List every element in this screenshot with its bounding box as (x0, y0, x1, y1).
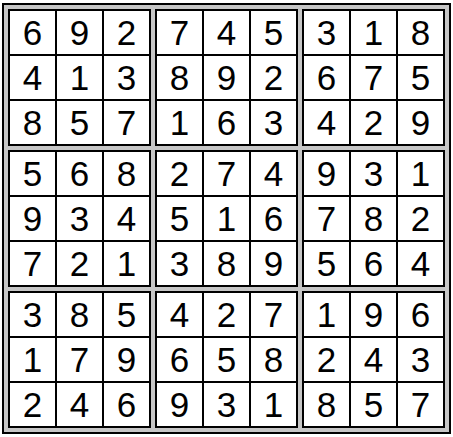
cell-r8c5[interactable]: 5 (204, 338, 249, 381)
box-1-2: 745892163 (155, 9, 298, 146)
sudoku-board: 6924138577458921633186754295689347212745… (2, 3, 451, 434)
cell-r7c2[interactable]: 8 (57, 293, 102, 336)
cell-r7c4[interactable]: 4 (157, 293, 202, 336)
cell-r6c1[interactable]: 7 (10, 242, 55, 285)
cell-r5c8[interactable]: 8 (351, 197, 396, 240)
cell-r2c7[interactable]: 6 (304, 56, 349, 99)
cell-r9c7[interactable]: 8 (304, 383, 349, 426)
cell-r4c7[interactable]: 9 (304, 152, 349, 195)
cell-r2c9[interactable]: 5 (398, 56, 443, 99)
cell-r3c1[interactable]: 8 (10, 101, 55, 144)
cell-r2c1[interactable]: 4 (10, 56, 55, 99)
cell-r2c3[interactable]: 3 (104, 56, 149, 99)
cell-r7c1[interactable]: 3 (10, 293, 55, 336)
cell-r3c3[interactable]: 7 (104, 101, 149, 144)
cell-r6c9[interactable]: 4 (398, 242, 443, 285)
cell-r4c5[interactable]: 7 (204, 152, 249, 195)
cell-r6c8[interactable]: 6 (351, 242, 396, 285)
cell-r1c7[interactable]: 3 (304, 11, 349, 54)
cell-r9c8[interactable]: 5 (351, 383, 396, 426)
cell-r6c4[interactable]: 3 (157, 242, 202, 285)
cell-r3c7[interactable]: 4 (304, 101, 349, 144)
cell-r2c5[interactable]: 9 (204, 56, 249, 99)
cell-r4c9[interactable]: 1 (398, 152, 443, 195)
cell-r8c7[interactable]: 2 (304, 338, 349, 381)
cell-r5c5[interactable]: 1 (204, 197, 249, 240)
box-3-1: 385179246 (8, 291, 151, 428)
cell-r5c7[interactable]: 7 (304, 197, 349, 240)
cell-r2c6[interactable]: 2 (251, 56, 296, 99)
cell-r5c3[interactable]: 4 (104, 197, 149, 240)
cell-r8c1[interactable]: 1 (10, 338, 55, 381)
cell-r3c9[interactable]: 9 (398, 101, 443, 144)
cell-r9c5[interactable]: 3 (204, 383, 249, 426)
cell-r6c2[interactable]: 2 (57, 242, 102, 285)
cell-r2c8[interactable]: 7 (351, 56, 396, 99)
cell-r3c8[interactable]: 2 (351, 101, 396, 144)
cell-r2c4[interactable]: 8 (157, 56, 202, 99)
cell-r9c6[interactable]: 1 (251, 383, 296, 426)
cell-r3c2[interactable]: 5 (57, 101, 102, 144)
cell-r6c6[interactable]: 9 (251, 242, 296, 285)
cell-r9c2[interactable]: 4 (57, 383, 102, 426)
cell-r4c1[interactable]: 5 (10, 152, 55, 195)
cell-r5c9[interactable]: 2 (398, 197, 443, 240)
cell-r9c4[interactable]: 9 (157, 383, 202, 426)
page: 6924138577458921633186754295689347212745… (0, 0, 453, 437)
cell-r4c8[interactable]: 3 (351, 152, 396, 195)
cell-r8c9[interactable]: 3 (398, 338, 443, 381)
cell-r1c8[interactable]: 1 (351, 11, 396, 54)
cell-r8c8[interactable]: 4 (351, 338, 396, 381)
cell-r9c3[interactable]: 6 (104, 383, 149, 426)
cell-r1c3[interactable]: 2 (104, 11, 149, 54)
cell-r5c6[interactable]: 6 (251, 197, 296, 240)
cell-r4c3[interactable]: 8 (104, 152, 149, 195)
cell-r1c6[interactable]: 5 (251, 11, 296, 54)
cell-r8c2[interactable]: 7 (57, 338, 102, 381)
cell-r3c4[interactable]: 1 (157, 101, 202, 144)
cell-r7c9[interactable]: 6 (398, 293, 443, 336)
box-2-2: 274516389 (155, 150, 298, 287)
cell-r7c6[interactable]: 7 (251, 293, 296, 336)
cell-r1c4[interactable]: 7 (157, 11, 202, 54)
cell-r1c2[interactable]: 9 (57, 11, 102, 54)
box-2-1: 568934721 (8, 150, 151, 287)
cell-r7c7[interactable]: 1 (304, 293, 349, 336)
box-3-3: 196243857 (302, 291, 445, 428)
cell-r3c6[interactable]: 3 (251, 101, 296, 144)
cell-r1c9[interactable]: 8 (398, 11, 443, 54)
cell-r7c8[interactable]: 9 (351, 293, 396, 336)
box-3-2: 427658931 (155, 291, 298, 428)
cell-r6c5[interactable]: 8 (204, 242, 249, 285)
cell-r4c6[interactable]: 4 (251, 152, 296, 195)
box-1-1: 692413857 (8, 9, 151, 146)
cell-r4c2[interactable]: 6 (57, 152, 102, 195)
cell-r5c1[interactable]: 9 (10, 197, 55, 240)
cell-r4c4[interactable]: 2 (157, 152, 202, 195)
cell-r1c5[interactable]: 4 (204, 11, 249, 54)
cell-r2c2[interactable]: 1 (57, 56, 102, 99)
cell-r8c4[interactable]: 6 (157, 338, 202, 381)
cell-r6c7[interactable]: 5 (304, 242, 349, 285)
cell-r8c3[interactable]: 9 (104, 338, 149, 381)
cell-r9c1[interactable]: 2 (10, 383, 55, 426)
cell-r7c3[interactable]: 5 (104, 293, 149, 336)
cell-r7c5[interactable]: 2 (204, 293, 249, 336)
cell-r1c1[interactable]: 6 (10, 11, 55, 54)
cell-r5c2[interactable]: 3 (57, 197, 102, 240)
cell-r8c6[interactable]: 8 (251, 338, 296, 381)
cell-r5c4[interactable]: 5 (157, 197, 202, 240)
cell-r6c3[interactable]: 1 (104, 242, 149, 285)
box-1-3: 318675429 (302, 9, 445, 146)
cell-r3c5[interactable]: 6 (204, 101, 249, 144)
box-2-3: 931782564 (302, 150, 445, 287)
cell-r9c9[interactable]: 7 (398, 383, 443, 426)
